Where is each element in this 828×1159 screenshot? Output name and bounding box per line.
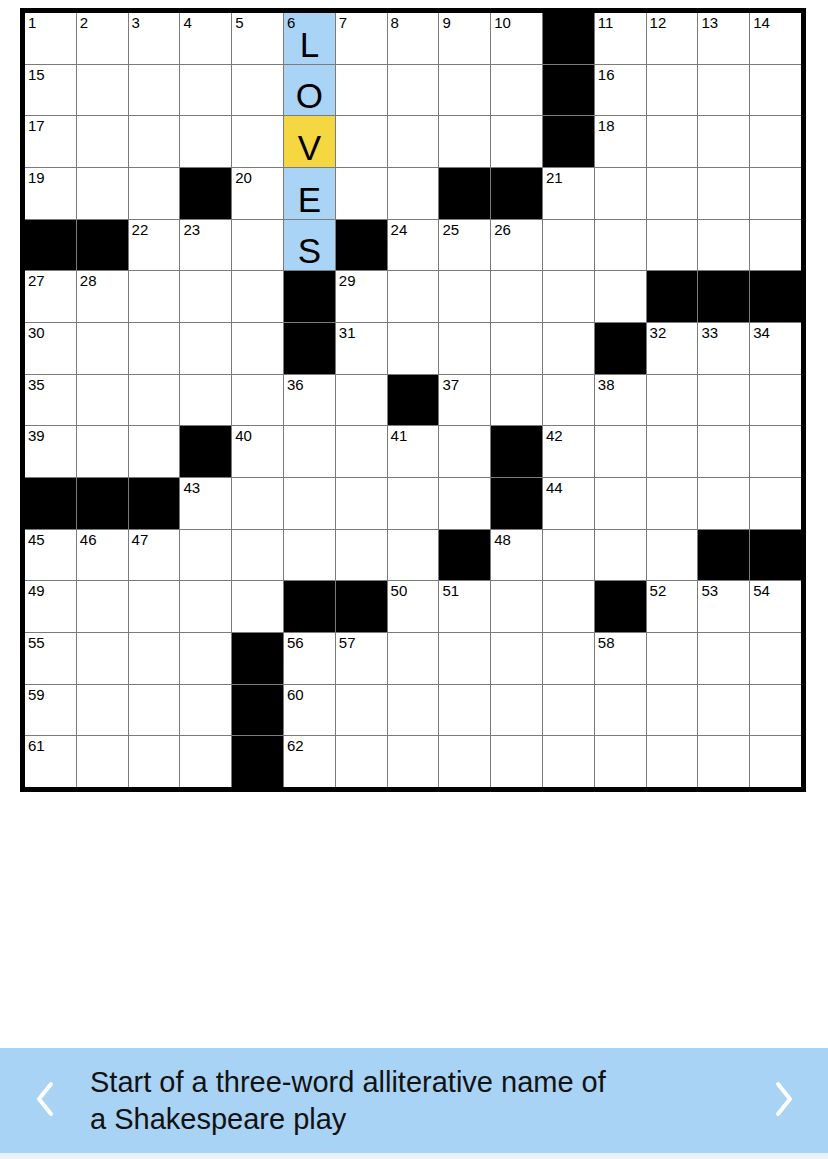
grid-cell-r3c8[interactable]	[388, 116, 439, 167]
cell-number: 52	[650, 582, 667, 599]
grid-cell-r5c8[interactable]: 24	[388, 220, 439, 271]
grid-cell-r14c8[interactable]	[388, 685, 439, 736]
grid-cell-r11c9	[439, 530, 490, 581]
grid-cell-r14c1[interactable]: 59	[25, 685, 76, 736]
cell-number: 27	[28, 272, 45, 289]
grid-cell-r10c9[interactable]	[439, 478, 490, 529]
grid-cell-r4c8[interactable]	[388, 168, 439, 219]
grid-cell-r6c9[interactable]	[439, 271, 490, 322]
cell-number: 48	[494, 531, 511, 548]
cell-number: 31	[339, 324, 356, 341]
grid-cell-r11c7[interactable]	[336, 530, 387, 581]
cell-number: 34	[753, 324, 770, 341]
grid-cell-r9c10	[491, 426, 542, 477]
grid-cell-r14c11[interactable]	[543, 685, 594, 736]
grid-cell-r3c12[interactable]: 18	[595, 116, 646, 167]
cell-number: 8	[391, 14, 399, 31]
cell-number: 4	[183, 14, 191, 31]
grid-cell-r2c13[interactable]	[647, 65, 698, 116]
grid-cell-r12c10[interactable]	[491, 581, 542, 632]
grid-cell-r3c10[interactable]	[491, 116, 542, 167]
grid-cell-r8c14[interactable]	[698, 375, 749, 426]
cell-number: 30	[28, 324, 45, 341]
grid-cell-r14c12[interactable]	[595, 685, 646, 736]
grid-cell-r9c9[interactable]	[439, 426, 490, 477]
grid-cell-r2c9[interactable]	[439, 65, 490, 116]
grid-cell-r15c12[interactable]	[595, 736, 646, 787]
cell-number: 46	[80, 531, 97, 548]
grid-cell-r11c3[interactable]: 47	[129, 530, 180, 581]
grid-cell-r12c14[interactable]: 53	[698, 581, 749, 632]
grid-cell-r6c8[interactable]	[388, 271, 439, 322]
cell-letter: S	[284, 232, 335, 270]
clue-bar: Start of a three-word alliterative name …	[0, 1048, 828, 1153]
grid-cell-r5c9[interactable]: 25	[439, 220, 490, 271]
grid-cell-r2c12[interactable]: 16	[595, 65, 646, 116]
grid-cell-r3c5[interactable]	[232, 116, 283, 167]
grid-cell-r12c5[interactable]	[232, 581, 283, 632]
cell-number: 13	[701, 14, 718, 31]
grid-cell-r4c10	[491, 168, 542, 219]
grid-cell-r15c4[interactable]	[180, 736, 231, 787]
grid-cell-r14c4[interactable]	[180, 685, 231, 736]
grid-cell-r5c6[interactable]: S	[284, 220, 335, 271]
grid-cell-r2c15[interactable]	[750, 65, 801, 116]
cell-letter: O	[284, 77, 335, 115]
grid-cell-r7c13[interactable]: 32	[647, 323, 698, 374]
grid-cell-r10c14[interactable]	[698, 478, 749, 529]
grid-cell-r13c6[interactable]: 56	[284, 633, 335, 684]
grid-cell-r9c4	[180, 426, 231, 477]
grid-cell-r14c6[interactable]: 60	[284, 685, 335, 736]
grid-cell-r15c14[interactable]	[698, 736, 749, 787]
grid-cell-r15c9[interactable]	[439, 736, 490, 787]
cell-number: 25	[442, 221, 459, 238]
grid-cell-r15c10[interactable]	[491, 736, 542, 787]
grid-cell-r7c4[interactable]	[180, 323, 231, 374]
grid-cell-r12c15[interactable]: 54	[750, 581, 801, 632]
cell-number: 3	[132, 14, 140, 31]
grid-cell-r8c9[interactable]: 37	[439, 375, 490, 426]
cell-number: 36	[287, 376, 304, 393]
grid-cell-r15c11[interactable]	[543, 736, 594, 787]
cell-number: 28	[80, 272, 97, 289]
cell-number: 21	[546, 169, 563, 186]
cell-letter: L	[284, 26, 335, 64]
grid-cell-r2c4[interactable]	[180, 65, 231, 116]
grid-cell-r3c4[interactable]	[180, 116, 231, 167]
grid-cell-r9c8[interactable]: 41	[388, 426, 439, 477]
grid-cell-r4c13[interactable]	[647, 168, 698, 219]
grid-cell-r3c11	[543, 116, 594, 167]
grid-cell-r13c12[interactable]: 58	[595, 633, 646, 684]
grid-cell-r7c7[interactable]: 31	[336, 323, 387, 374]
grid-cell-r1c13[interactable]: 12	[647, 13, 698, 64]
grid-cell-r13c1[interactable]: 55	[25, 633, 76, 684]
grid-cell-r14c2[interactable]	[77, 685, 128, 736]
grid-cell-r1c2[interactable]: 2	[77, 13, 128, 64]
grid-cell-r4c6[interactable]: E	[284, 168, 335, 219]
grid-cell-r15c1[interactable]: 61	[25, 736, 76, 787]
grid-cell-r2c8[interactable]	[388, 65, 439, 116]
footer-strip	[0, 1153, 828, 1159]
grid-cell-r11c2[interactable]: 46	[77, 530, 128, 581]
cell-letter: V	[284, 129, 335, 167]
grid-cell-r6c2[interactable]: 28	[77, 271, 128, 322]
grid-cell-r9c12[interactable]	[595, 426, 646, 477]
grid-cell-r13c9[interactable]	[439, 633, 490, 684]
grid-cell-r15c5	[232, 736, 283, 787]
cell-number: 2	[80, 14, 88, 31]
grid-cell-r11c13[interactable]	[647, 530, 698, 581]
grid-cell-r15c8[interactable]	[388, 736, 439, 787]
grid-cell-r4c9	[439, 168, 490, 219]
grid-cell-r5c15[interactable]	[750, 220, 801, 271]
grid-cell-r4c4	[180, 168, 231, 219]
grid-cell-r14c15[interactable]	[750, 685, 801, 736]
grid-cell-r6c1[interactable]: 27	[25, 271, 76, 322]
grid-cell-r10c8[interactable]	[388, 478, 439, 529]
grid-cell-r12c8[interactable]: 50	[388, 581, 439, 632]
grid-cell-r10c4[interactable]: 43	[180, 478, 231, 529]
cell-number: 53	[701, 582, 718, 599]
grid-cell-r11c5[interactable]	[232, 530, 283, 581]
grid-cell-r9c14[interactable]	[698, 426, 749, 477]
cell-number: 14	[753, 14, 770, 31]
cell-number: 12	[650, 14, 667, 31]
cell-number: 41	[391, 427, 408, 444]
grid-cell-r11c15	[750, 530, 801, 581]
grid-cell-r6c14	[698, 271, 749, 322]
grid-cell-r15c3[interactable]	[129, 736, 180, 787]
grid-cell-r12c2[interactable]	[77, 581, 128, 632]
grid-cell-r15c15[interactable]	[750, 736, 801, 787]
grid-cell-r1c14[interactable]: 13	[698, 13, 749, 64]
grid-cell-r13c5	[232, 633, 283, 684]
cell-letter: E	[284, 181, 335, 219]
grid-cell-r8c6[interactable]: 36	[284, 375, 335, 426]
grid-cell-r3c9[interactable]	[439, 116, 490, 167]
grid-cell-r9c2[interactable]	[77, 426, 128, 477]
cell-number: 50	[391, 582, 408, 599]
grid-cell-r8c3[interactable]	[129, 375, 180, 426]
grid-cell-r3c6[interactable]: V	[284, 116, 335, 167]
grid-cell-r2c14[interactable]	[698, 65, 749, 116]
grid-cell-r12c3[interactable]	[129, 581, 180, 632]
cell-number: 9	[442, 14, 450, 31]
grid-cell-r1c7[interactable]: 7	[336, 13, 387, 64]
grid-cell-r3c14[interactable]	[698, 116, 749, 167]
cell-number: 45	[28, 531, 45, 548]
grid-cell-r8c2[interactable]	[77, 375, 128, 426]
grid-cell-r12c11[interactable]	[543, 581, 594, 632]
grid-cell-r8c8	[388, 375, 439, 426]
cell-number: 57	[339, 634, 356, 651]
grid-cell-r1c6[interactable]: 6L	[284, 13, 335, 64]
grid-cell-r4c7[interactable]	[336, 168, 387, 219]
grid-cell-r14c13[interactable]	[647, 685, 698, 736]
grid-cell-r10c1	[25, 478, 76, 529]
cell-number: 24	[391, 221, 408, 238]
grid-cell-r8c7[interactable]	[336, 375, 387, 426]
cell-number: 17	[28, 117, 45, 134]
grid-cell-r10c5[interactable]	[232, 478, 283, 529]
grid-cell-r11c1[interactable]: 45	[25, 530, 76, 581]
grid-cell-r3c1[interactable]: 17	[25, 116, 76, 167]
grid-cell-r3c13[interactable]	[647, 116, 698, 167]
grid-cell-r5c2	[77, 220, 128, 271]
cell-number: 44	[546, 479, 563, 496]
grid-cell-r2c3[interactable]	[129, 65, 180, 116]
grid-cell-r15c7[interactable]	[336, 736, 387, 787]
cell-number: 51	[442, 582, 459, 599]
grid-cell-r7c14[interactable]: 33	[698, 323, 749, 374]
grid-cell-r6c7[interactable]: 29	[336, 271, 387, 322]
grid-cell-r5c3[interactable]: 22	[129, 220, 180, 271]
grid-cell-r7c3[interactable]	[129, 323, 180, 374]
cell-number: 35	[28, 376, 45, 393]
grid-cell-r3c7[interactable]	[336, 116, 387, 167]
grid-cell-r6c6	[284, 271, 335, 322]
cell-number: 7	[339, 14, 347, 31]
grid-cell-r14c5	[232, 685, 283, 736]
grid-cell-r6c12[interactable]	[595, 271, 646, 322]
cell-number: 61	[28, 737, 45, 754]
cell-number: 19	[28, 169, 45, 186]
cell-number: 39	[28, 427, 45, 444]
cell-number: 32	[650, 324, 667, 341]
grid-cell-r13c14[interactable]	[698, 633, 749, 684]
grid-cell-r10c13[interactable]	[647, 478, 698, 529]
grid-cell-r2c7[interactable]	[336, 65, 387, 116]
grid-cell-r4c15[interactable]	[750, 168, 801, 219]
grid-cell-r4c5[interactable]: 20	[232, 168, 283, 219]
grid-cell-r8c10[interactable]	[491, 375, 542, 426]
grid-cell-r6c11[interactable]	[543, 271, 594, 322]
cell-number: 22	[132, 221, 149, 238]
grid-cell-r15c13[interactable]	[647, 736, 698, 787]
grid-cell-r2c6[interactable]: O	[284, 65, 335, 116]
cell-number: 58	[598, 634, 615, 651]
cell-number: 60	[287, 686, 304, 703]
grid-cell-r1c1[interactable]: 1	[25, 13, 76, 64]
grid-cell-r5c1	[25, 220, 76, 271]
chevron-left-icon	[33, 1080, 57, 1121]
grid-cell-r1c4[interactable]: 4	[180, 13, 231, 64]
grid-cell-r7c8[interactable]	[388, 323, 439, 374]
grid-cell-r13c10[interactable]	[491, 633, 542, 684]
grid-cell-r6c10[interactable]	[491, 271, 542, 322]
grid-cell-r3c2[interactable]	[77, 116, 128, 167]
grid-cell-r6c15	[750, 271, 801, 322]
cell-number: 11	[598, 14, 614, 31]
cell-number: 56	[287, 634, 304, 651]
grid-cell-r7c11[interactable]	[543, 323, 594, 374]
grid-cell-r8c11[interactable]	[543, 375, 594, 426]
grid-cell-r7c6	[284, 323, 335, 374]
grid-cell-r13c15[interactable]	[750, 633, 801, 684]
cell-number: 33	[701, 324, 718, 341]
grid-cell-r1c12[interactable]: 11	[595, 13, 646, 64]
grid-cell-r4c1[interactable]: 19	[25, 168, 76, 219]
grid-cell-r11c4[interactable]	[180, 530, 231, 581]
grid-cell-r1c5[interactable]: 5	[232, 13, 283, 64]
grid-cell-r12c7	[336, 581, 387, 632]
grid-cell-r1c15[interactable]: 14	[750, 13, 801, 64]
grid-cell-r7c9[interactable]	[439, 323, 490, 374]
grid-cell-r11c12[interactable]	[595, 530, 646, 581]
grid-cell-r11c8[interactable]	[388, 530, 439, 581]
grid-cell-r7c2[interactable]	[77, 323, 128, 374]
cell-number: 43	[183, 479, 200, 496]
grid-cell-r10c2	[77, 478, 128, 529]
grid-cell-r7c12	[595, 323, 646, 374]
cell-number: 42	[546, 427, 563, 444]
grid-cell-r2c5[interactable]	[232, 65, 283, 116]
grid-cell-r11c14	[698, 530, 749, 581]
grid-cell-r8c12[interactable]: 38	[595, 375, 646, 426]
grid-cell-r12c12	[595, 581, 646, 632]
cell-number: 62	[287, 737, 304, 754]
grid-cell-r3c15[interactable]	[750, 116, 801, 167]
grid-cell-r13c8[interactable]	[388, 633, 439, 684]
grid-cell-r12c6	[284, 581, 335, 632]
cell-number: 54	[753, 582, 770, 599]
grid-cell-r7c10[interactable]	[491, 323, 542, 374]
grid-cell-r4c12[interactable]	[595, 168, 646, 219]
grid-cell-r9c1[interactable]: 39	[25, 426, 76, 477]
grid-cell-r9c11[interactable]: 42	[543, 426, 594, 477]
grid-cell-r8c1[interactable]: 35	[25, 375, 76, 426]
grid-cell-r15c2[interactable]	[77, 736, 128, 787]
grid-cell-r2c11	[543, 65, 594, 116]
grid-cell-r11c6[interactable]	[284, 530, 335, 581]
grid-cell-r5c12[interactable]	[595, 220, 646, 271]
cell-number: 16	[598, 66, 615, 83]
grid-cell-r13c13[interactable]	[647, 633, 698, 684]
grid-cell-r5c13[interactable]	[647, 220, 698, 271]
cell-number: 20	[235, 169, 252, 186]
clue-text: Start of a three-word alliterative name …	[90, 1064, 740, 1138]
grid-cell-r10c10	[491, 478, 542, 529]
grid-cell-r6c4[interactable]	[180, 271, 231, 322]
grid-cell-r12c4[interactable]	[180, 581, 231, 632]
cell-number: 38	[598, 376, 615, 393]
grid-cell-r4c2[interactable]	[77, 168, 128, 219]
cell-number: 29	[339, 272, 356, 289]
grid-cell-r13c3[interactable]	[129, 633, 180, 684]
grid-cell-r1c3[interactable]: 3	[129, 13, 180, 64]
next-clue-button[interactable]	[740, 1048, 828, 1153]
grid-cell-r5c4[interactable]: 23	[180, 220, 231, 271]
clue-line-2: a Shakespeare play	[90, 1101, 740, 1138]
grid-cell-r5c5[interactable]	[232, 220, 283, 271]
grid-cell-r14c3[interactable]	[129, 685, 180, 736]
grid-cell-r6c13	[647, 271, 698, 322]
grid-cell-r4c3[interactable]	[129, 168, 180, 219]
grid-cell-r1c10[interactable]: 10	[491, 13, 542, 64]
grid-cell-r10c15[interactable]	[750, 478, 801, 529]
grid-cell-r2c10[interactable]	[491, 65, 542, 116]
grid-cell-r8c5[interactable]	[232, 375, 283, 426]
grid-cell-r9c15[interactable]	[750, 426, 801, 477]
cell-number: 15	[28, 66, 45, 83]
grid-cell-r15c6[interactable]: 62	[284, 736, 335, 787]
cell-number: 26	[494, 221, 511, 238]
grid-cell-r1c9[interactable]: 9	[439, 13, 490, 64]
grid-cell-r8c13[interactable]	[647, 375, 698, 426]
grid-cell-r2c1[interactable]: 15	[25, 65, 76, 116]
grid-cell-r10c7[interactable]	[336, 478, 387, 529]
clue-line-1: Start of a three-word alliterative name …	[90, 1064, 740, 1101]
grid-cell-r12c13[interactable]: 52	[647, 581, 698, 632]
grid-cell-r11c11[interactable]	[543, 530, 594, 581]
grid-cell-r12c9[interactable]: 51	[439, 581, 490, 632]
grid-cell-r6c5[interactable]	[232, 271, 283, 322]
cell-number: 37	[442, 376, 459, 393]
grid-cell-r5c7	[336, 220, 387, 271]
grid-cell-r12c1[interactable]: 49	[25, 581, 76, 632]
grid-cell-r9c13[interactable]	[647, 426, 698, 477]
grid-cell-r7c15[interactable]: 34	[750, 323, 801, 374]
cell-number: 1	[28, 14, 36, 31]
grid-cell-r9c7[interactable]	[336, 426, 387, 477]
cell-number: 18	[598, 117, 615, 134]
grid-cell-r9c3[interactable]	[129, 426, 180, 477]
grid-cell-r8c15[interactable]	[750, 375, 801, 426]
grid-cell-r5c11[interactable]	[543, 220, 594, 271]
grid-cell-r1c11	[543, 13, 594, 64]
cell-number: 59	[28, 686, 45, 703]
grid-cell-r14c7[interactable]	[336, 685, 387, 736]
grid-cell-r10c6[interactable]	[284, 478, 335, 529]
grid-cell-r9c5[interactable]: 40	[232, 426, 283, 477]
cell-number: 55	[28, 634, 45, 651]
grid-cell-r6c3[interactable]	[129, 271, 180, 322]
cell-number: 5	[235, 14, 243, 31]
cell-number: 47	[132, 531, 149, 548]
grid-cell-r7c1[interactable]: 30	[25, 323, 76, 374]
grid-cell-r7c5[interactable]	[232, 323, 283, 374]
grid-cell-r14c10[interactable]	[491, 685, 542, 736]
crossword-grid: 123456L789101112131415O1617V181920E21222…	[20, 8, 806, 792]
chevron-right-icon	[772, 1080, 796, 1121]
grid-cell-r5c14[interactable]	[698, 220, 749, 271]
prev-clue-button[interactable]	[0, 1048, 90, 1153]
grid-cell-r13c7[interactable]: 57	[336, 633, 387, 684]
grid-cell-r8c4[interactable]	[180, 375, 231, 426]
grid-cell-r10c3	[129, 478, 180, 529]
cell-number: 23	[183, 221, 200, 238]
grid-cell-r14c14[interactable]	[698, 685, 749, 736]
cell-number: 10	[494, 14, 511, 31]
grid-cell-r4c11[interactable]: 21	[543, 168, 594, 219]
grid-cell-r11c10[interactable]: 48	[491, 530, 542, 581]
grid-cell-r5c10[interactable]: 26	[491, 220, 542, 271]
grid-cell-r13c4[interactable]	[180, 633, 231, 684]
grid-cell-r3c3[interactable]	[129, 116, 180, 167]
grid-cell-r2c2[interactable]	[77, 65, 128, 116]
grid-cell-r9c6[interactable]	[284, 426, 335, 477]
grid-cell-r4c14[interactable]	[698, 168, 749, 219]
grid-cell-r13c2[interactable]	[77, 633, 128, 684]
grid-cell-r14c9[interactable]	[439, 685, 490, 736]
grid-cell-r1c8[interactable]: 8	[388, 13, 439, 64]
grid-cell-r10c11[interactable]: 44	[543, 478, 594, 529]
grid-cell-r13c11[interactable]	[543, 633, 594, 684]
grid-cell-r10c12[interactable]	[595, 478, 646, 529]
cell-number: 40	[235, 427, 252, 444]
